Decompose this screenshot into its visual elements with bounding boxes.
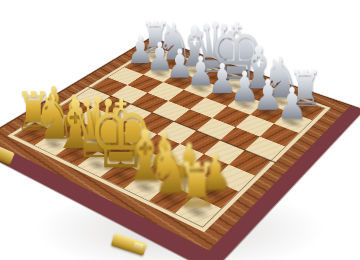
pawn-glyph: ♟: [277, 82, 307, 126]
rook-glyph: ♜: [176, 154, 219, 215]
board-3d: ♜♞♝♛♚♝♞♜♟♟♟♟♟♟♟♟♟♟♟♟♟♟♟♟♜♞♝♛♚♝♞♜: [0, 37, 360, 260]
chess-board: ♜♞♝♛♚♝♞♜♟♟♟♟♟♟♟♟♟♟♟♟♟♟♟♟♜♞♝♛♚♝♞♜: [15, 49, 325, 227]
product-photo: ♜♞♝♛♚♝♞♜♟♟♟♟♟♟♟♟♟♟♟♟♟♟♟♟♜♞♝♛♚♝♞♜: [0, 0, 360, 260]
square-f6: [212, 106, 250, 127]
chess-scene: ♜♞♝♛♚♝♞♜♟♟♟♟♟♟♟♟♟♟♟♟♟♟♟♟♜♞♝♛♚♝♞♜: [0, 0, 360, 260]
square-h1: ♜: [175, 196, 221, 226]
board-inner-border: ♜♞♝♛♚♝♞♜♟♟♟♟♟♟♟♟♟♟♟♟♟♟♟♟♜♞♝♛♚♝♞♜: [7, 46, 331, 232]
board-frame: ♜♞♝♛♚♝♞♜♟♟♟♟♟♟♟♟♟♟♟♟♟♟♟♟♜♞♝♛♚♝♞♜: [0, 37, 360, 260]
